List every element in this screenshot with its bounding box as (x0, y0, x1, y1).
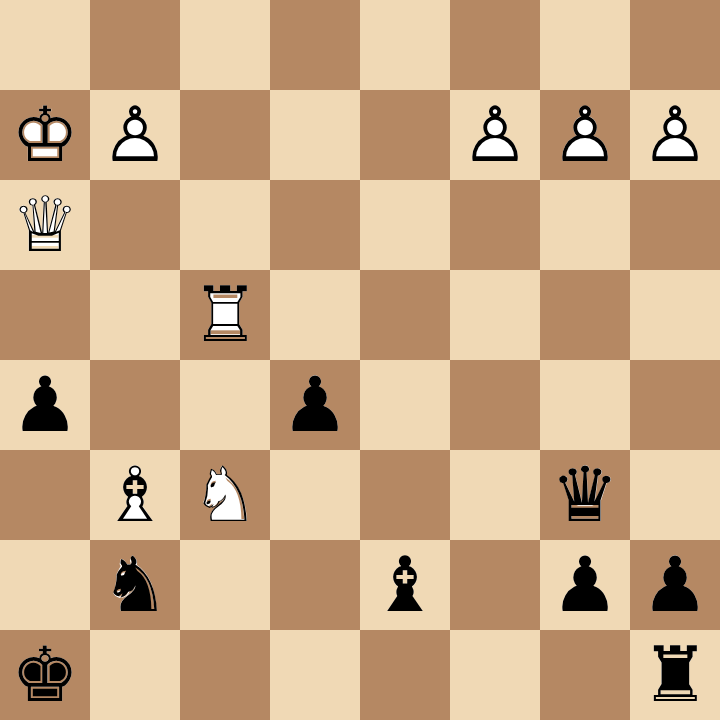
square-g5[interactable] (540, 270, 630, 360)
square-d8[interactable] (270, 0, 360, 90)
square-a1[interactable]: ♔♚ (0, 630, 90, 720)
square-e7[interactable] (360, 90, 450, 180)
piece-white-queen[interactable]: ♛♕ (0, 180, 90, 270)
square-h6[interactable] (630, 180, 720, 270)
square-c5[interactable]: ♜♖ (180, 270, 270, 360)
square-h3[interactable] (630, 450, 720, 540)
square-a8[interactable] (0, 0, 90, 90)
piece-white-bishop[interactable]: ♝♗ (90, 450, 180, 540)
square-c8[interactable] (180, 0, 270, 90)
square-g4[interactable] (540, 360, 630, 450)
square-e1[interactable] (360, 630, 450, 720)
square-g8[interactable] (540, 0, 630, 90)
square-d4[interactable]: ♙♟ (270, 360, 360, 450)
piece-black-bishop[interactable]: ♗♝ (360, 540, 450, 630)
square-d2[interactable] (270, 540, 360, 630)
square-a3[interactable] (0, 450, 90, 540)
piece-white-pawn[interactable]: ♟♙ (90, 90, 180, 180)
square-c2[interactable] (180, 540, 270, 630)
square-e4[interactable] (360, 360, 450, 450)
square-d3[interactable] (270, 450, 360, 540)
white-pawn-glyph: ♙ (90, 90, 180, 180)
square-c4[interactable] (180, 360, 270, 450)
piece-white-pawn[interactable]: ♟♙ (540, 90, 630, 180)
square-h1[interactable]: ♖♜ (630, 630, 720, 720)
black-pawn-glyph: ♟ (270, 360, 360, 450)
square-f3[interactable] (450, 450, 540, 540)
black-king-glyph: ♚ (0, 630, 90, 720)
black-queen-glyph: ♛ (540, 450, 630, 540)
square-b5[interactable] (90, 270, 180, 360)
square-h8[interactable] (630, 0, 720, 90)
square-d1[interactable] (270, 630, 360, 720)
piece-black-pawn[interactable]: ♙♟ (0, 360, 90, 450)
square-a5[interactable] (0, 270, 90, 360)
black-knight-glyph: ♞ (90, 540, 180, 630)
square-f4[interactable] (450, 360, 540, 450)
black-bishop-glyph: ♝ (360, 540, 450, 630)
black-pawn-glyph: ♟ (630, 540, 720, 630)
square-a7[interactable]: ♚♔ (0, 90, 90, 180)
square-h5[interactable] (630, 270, 720, 360)
square-c1[interactable] (180, 630, 270, 720)
square-b4[interactable] (90, 360, 180, 450)
piece-white-pawn[interactable]: ♟♙ (450, 90, 540, 180)
square-e6[interactable] (360, 180, 450, 270)
square-b8[interactable] (90, 0, 180, 90)
square-b6[interactable] (90, 180, 180, 270)
piece-black-knight[interactable]: ♘♞ (90, 540, 180, 630)
piece-black-king[interactable]: ♔♚ (0, 630, 90, 720)
square-h4[interactable] (630, 360, 720, 450)
square-e5[interactable] (360, 270, 450, 360)
piece-white-knight[interactable]: ♞♘ (180, 450, 270, 540)
square-f2[interactable] (450, 540, 540, 630)
square-g7[interactable]: ♟♙ (540, 90, 630, 180)
square-b3[interactable]: ♝♗ (90, 450, 180, 540)
square-d5[interactable] (270, 270, 360, 360)
piece-black-pawn[interactable]: ♙♟ (540, 540, 630, 630)
white-king-glyph: ♔ (0, 90, 90, 180)
black-pawn-glyph: ♟ (0, 360, 90, 450)
square-c6[interactable] (180, 180, 270, 270)
square-c3[interactable]: ♞♘ (180, 450, 270, 540)
white-pawn-glyph: ♙ (630, 90, 720, 180)
piece-black-queen[interactable]: ♕♛ (540, 450, 630, 540)
white-bishop-glyph: ♗ (90, 450, 180, 540)
square-a4[interactable]: ♙♟ (0, 360, 90, 450)
square-a6[interactable]: ♛♕ (0, 180, 90, 270)
square-f1[interactable] (450, 630, 540, 720)
white-pawn-glyph: ♙ (450, 90, 540, 180)
square-g3[interactable]: ♕♛ (540, 450, 630, 540)
square-g1[interactable] (540, 630, 630, 720)
piece-black-pawn[interactable]: ♙♟ (270, 360, 360, 450)
square-f5[interactable] (450, 270, 540, 360)
black-pawn-glyph: ♟ (540, 540, 630, 630)
square-e3[interactable] (360, 450, 450, 540)
square-g6[interactable] (540, 180, 630, 270)
square-g2[interactable]: ♙♟ (540, 540, 630, 630)
piece-black-pawn[interactable]: ♙♟ (630, 540, 720, 630)
square-d6[interactable] (270, 180, 360, 270)
square-e2[interactable]: ♗♝ (360, 540, 450, 630)
piece-black-rook[interactable]: ♖♜ (630, 630, 720, 720)
square-e8[interactable] (360, 0, 450, 90)
square-f8[interactable] (450, 0, 540, 90)
square-d7[interactable] (270, 90, 360, 180)
square-c7[interactable] (180, 90, 270, 180)
chess-board: ♚♔♟♙♟♙♟♙♟♙♛♕♜♖♙♟♙♟♝♗♞♘♕♛♘♞♗♝♙♟♙♟♔♚♖♜ (0, 0, 720, 720)
piece-white-pawn[interactable]: ♟♙ (630, 90, 720, 180)
square-h7[interactable]: ♟♙ (630, 90, 720, 180)
white-queen-glyph: ♕ (0, 180, 90, 270)
white-rook-glyph: ♖ (180, 270, 270, 360)
white-knight-glyph: ♘ (180, 450, 270, 540)
square-b2[interactable]: ♘♞ (90, 540, 180, 630)
black-rook-glyph: ♜ (630, 630, 720, 720)
square-f6[interactable] (450, 180, 540, 270)
white-pawn-glyph: ♙ (540, 90, 630, 180)
square-b7[interactable]: ♟♙ (90, 90, 180, 180)
square-f7[interactable]: ♟♙ (450, 90, 540, 180)
piece-white-rook[interactable]: ♜♖ (180, 270, 270, 360)
square-b1[interactable] (90, 630, 180, 720)
square-a2[interactable] (0, 540, 90, 630)
piece-white-king[interactable]: ♚♔ (0, 90, 90, 180)
square-h2[interactable]: ♙♟ (630, 540, 720, 630)
